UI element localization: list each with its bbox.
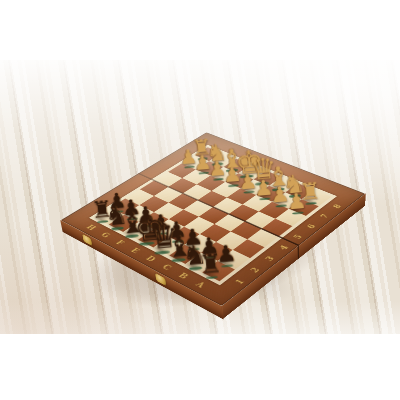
square-d4[interactable] [199, 207, 229, 224]
brass-clasp [155, 273, 166, 286]
black-rook[interactable]: ♜ [198, 252, 223, 278]
chess-board-wrapper: ♜♞♝♚♛♝♞♜♟♟♟♟♟♟♟♟♟♟♟♟♟♟♟♟♜♞♝♚♛♝♞♜ HGFEDCB… [96, 90, 330, 324]
chess-set-photo: ♜♞♝♚♛♝♞♜♟♟♟♟♟♟♟♟♟♟♟♟♟♟♟♟♜♞♝♚♛♝♞♜ HGFEDCB… [0, 60, 400, 334]
white-pawn[interactable]: ♟ [285, 192, 308, 214]
photo-page: ♜♞♝♚♛♝♞♜♟♟♟♟♟♟♟♟♟♟♟♟♟♟♟♟♜♞♝♚♛♝♞♜ HGFEDCB… [0, 0, 400, 400]
